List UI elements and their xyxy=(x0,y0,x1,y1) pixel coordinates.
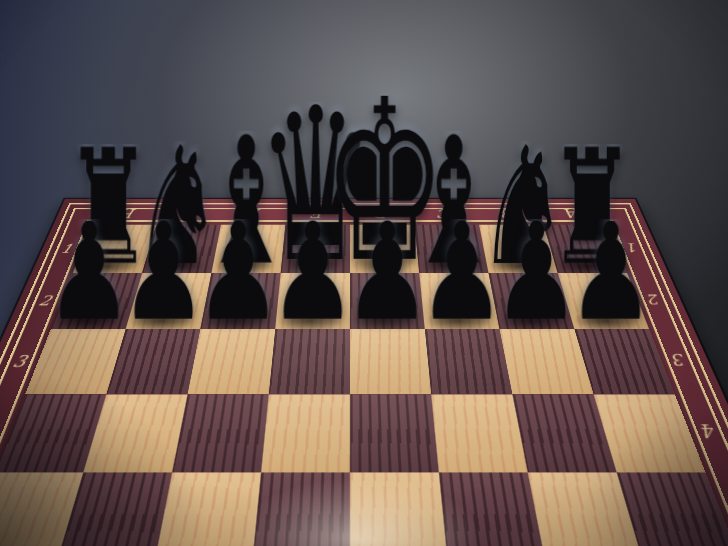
square-e4 xyxy=(261,394,350,472)
square-a3 xyxy=(574,329,675,395)
square-c2: ♟ xyxy=(419,273,499,329)
square-d3 xyxy=(350,329,431,395)
square-e2: ♟ xyxy=(275,273,350,329)
square-f3 xyxy=(188,329,276,395)
border-outer-pinstripe: H G F E D C B A 1 2 3 4 1 2 3 4 xyxy=(0,203,728,546)
square-b5 xyxy=(528,472,645,546)
square-c3 xyxy=(425,329,513,395)
square-h5 xyxy=(0,472,83,546)
square-e5 xyxy=(252,472,350,546)
square-a2: ♟ xyxy=(558,273,649,329)
square-f5 xyxy=(154,472,261,546)
border-inner-pinstripe: ♜♞♝♛♚♝♞♜♟♟♟♟♟♟♟♟ xyxy=(0,220,728,546)
square-c4 xyxy=(431,394,528,472)
square-d2: ♟ xyxy=(350,273,425,329)
piece-black-pawn: ♟ xyxy=(568,219,655,327)
square-d5 xyxy=(350,472,448,546)
chessboard: H G F E D C B A 1 2 3 4 1 2 3 4 xyxy=(0,199,728,546)
square-f4 xyxy=(172,394,269,472)
square-h3 xyxy=(25,329,126,395)
square-e3 xyxy=(269,329,350,395)
chessboard-scene: H G F E D C B A 1 2 3 4 1 2 3 4 xyxy=(65,199,635,546)
square-a5 xyxy=(617,472,728,546)
rank-label-right-4: 4 xyxy=(695,422,724,442)
photo-stage: H G F E D C B A 1 2 3 4 1 2 3 4 xyxy=(0,0,728,546)
border-label-band: H G F E D C B A 1 2 3 4 1 2 3 4 xyxy=(0,208,728,546)
square-b2: ♟ xyxy=(489,273,575,329)
board-grid: ♜♞♝♛♚♝♞♜♟♟♟♟♟♟♟♟ xyxy=(0,225,728,546)
square-g5 xyxy=(56,472,173,546)
square-c5 xyxy=(439,472,546,546)
square-d4 xyxy=(350,394,439,472)
